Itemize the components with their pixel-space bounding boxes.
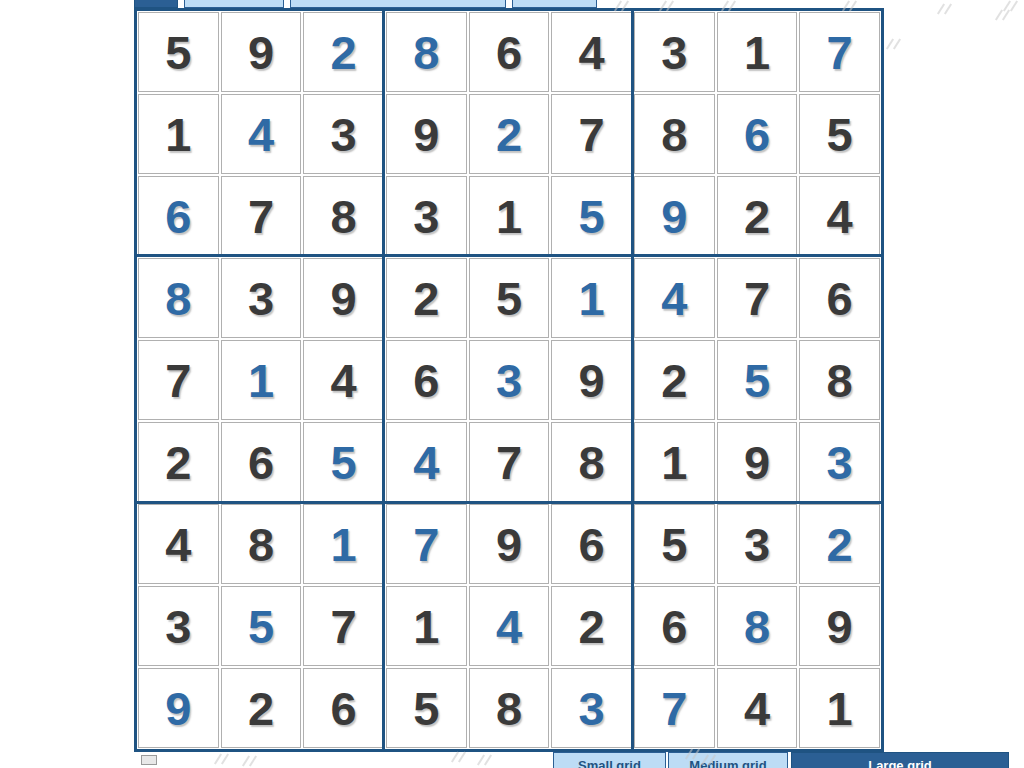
cell-r8c8[interactable]: 8: [717, 586, 798, 666]
cropped-control: [141, 755, 157, 765]
small-grid-button[interactable]: Small grid: [553, 752, 666, 768]
cell-r1c9[interactable]: 7: [799, 12, 880, 92]
cell-r7c2[interactable]: 8: [221, 504, 302, 584]
cell-r9c6[interactable]: 3: [551, 668, 632, 748]
cell-r6c5[interactable]: 7: [469, 422, 550, 502]
tab-2[interactable]: [184, 0, 284, 8]
watermark-hatch: [215, 753, 229, 765]
cell-r9c9[interactable]: 1: [799, 668, 880, 748]
watermark-hatch: [938, 3, 952, 15]
cell-r3c5[interactable]: 1: [469, 176, 550, 256]
cell-r2c5[interactable]: 2: [469, 94, 550, 174]
cell-r7c9[interactable]: 2: [799, 504, 880, 584]
cell-r2c6[interactable]: 7: [551, 94, 632, 174]
cell-r1c3[interactable]: 2: [303, 12, 384, 92]
cell-r9c8[interactable]: 4: [717, 668, 798, 748]
cell-r6c6[interactable]: 8: [551, 422, 632, 502]
cell-r2c1[interactable]: 1: [138, 94, 219, 174]
cell-r8c2[interactable]: 5: [221, 586, 302, 666]
cell-r1c5[interactable]: 6: [469, 12, 550, 92]
cell-r6c1[interactable]: 2: [138, 422, 219, 502]
watermark-hatch: [1004, 0, 1018, 12]
cell-r2c2[interactable]: 4: [221, 94, 302, 174]
cell-r4c7[interactable]: 4: [634, 258, 715, 338]
cell-r2c7[interactable]: 8: [634, 94, 715, 174]
cell-r4c6[interactable]: 1: [551, 258, 632, 338]
cell-r3c9[interactable]: 4: [799, 176, 880, 256]
cell-r4c9[interactable]: 6: [799, 258, 880, 338]
box-divider-vertical-1: [382, 10, 385, 750]
cell-r5c3[interactable]: 4: [303, 340, 384, 420]
cell-r6c7[interactable]: 1: [634, 422, 715, 502]
cell-r5c6[interactable]: 9: [551, 340, 632, 420]
cell-r4c8[interactable]: 7: [717, 258, 798, 338]
cell-r9c4[interactable]: 5: [386, 668, 467, 748]
box-divider-horizontal-2: [136, 501, 882, 504]
cell-r7c3[interactable]: 1: [303, 504, 384, 584]
cell-r9c5[interactable]: 8: [469, 668, 550, 748]
cell-r3c8[interactable]: 2: [717, 176, 798, 256]
cell-r8c5[interactable]: 4: [469, 586, 550, 666]
sudoku-board: 5928643171439278656783159248392514767146…: [134, 8, 884, 752]
medium-grid-button[interactable]: Medium grid: [668, 752, 788, 768]
cell-r7c6[interactable]: 6: [551, 504, 632, 584]
watermark-hatch: [243, 755, 257, 767]
cell-r9c2[interactable]: 2: [221, 668, 302, 748]
cell-r2c8[interactable]: 6: [717, 94, 798, 174]
cell-r6c3[interactable]: 5: [303, 422, 384, 502]
cell-r1c1[interactable]: 5: [138, 12, 219, 92]
cell-r5c5[interactable]: 3: [469, 340, 550, 420]
cell-r8c7[interactable]: 6: [634, 586, 715, 666]
watermark-hatch: [887, 38, 901, 50]
watermark-hatch: [452, 751, 466, 763]
cell-r3c1[interactable]: 6: [138, 176, 219, 256]
cell-r7c7[interactable]: 5: [634, 504, 715, 584]
cell-r1c7[interactable]: 3: [634, 12, 715, 92]
cell-r7c4[interactable]: 7: [386, 504, 467, 584]
cell-r7c5[interactable]: 9: [469, 504, 550, 584]
watermark-hatch: [478, 754, 492, 766]
cell-r8c6[interactable]: 2: [551, 586, 632, 666]
cell-r4c3[interactable]: 9: [303, 258, 384, 338]
cell-r1c2[interactable]: 9: [221, 12, 302, 92]
cell-r1c4[interactable]: 8: [386, 12, 467, 92]
cell-r3c6[interactable]: 5: [551, 176, 632, 256]
cell-r8c9[interactable]: 9: [799, 586, 880, 666]
watermark-hatch: [996, 9, 1010, 21]
cell-r6c4[interactable]: 4: [386, 422, 467, 502]
large-grid-button[interactable]: Large grid: [791, 752, 1009, 768]
cell-r4c1[interactable]: 8: [138, 258, 219, 338]
cell-r2c4[interactable]: 9: [386, 94, 467, 174]
cell-r8c3[interactable]: 7: [303, 586, 384, 666]
cell-r4c4[interactable]: 2: [386, 258, 467, 338]
tab-selected[interactable]: [134, 0, 178, 8]
cell-r4c2[interactable]: 3: [221, 258, 302, 338]
cell-r5c4[interactable]: 6: [386, 340, 467, 420]
cell-r4c5[interactable]: 5: [469, 258, 550, 338]
box-divider-horizontal-1: [136, 254, 882, 257]
cell-r3c4[interactable]: 3: [386, 176, 467, 256]
cell-r2c3[interactable]: 3: [303, 94, 384, 174]
cell-r5c7[interactable]: 2: [634, 340, 715, 420]
cell-r8c1[interactable]: 3: [138, 586, 219, 666]
cell-r6c9[interactable]: 3: [799, 422, 880, 502]
cell-r3c3[interactable]: 8: [303, 176, 384, 256]
sudoku-grid: 5928643171439278656783159248392514767146…: [137, 11, 881, 749]
page: 5928643171439278656783159248392514767146…: [0, 0, 1024, 768]
cell-r3c7[interactable]: 9: [634, 176, 715, 256]
cell-r1c6[interactable]: 4: [551, 12, 632, 92]
cell-r9c7[interactable]: 7: [634, 668, 715, 748]
cell-r7c1[interactable]: 4: [138, 504, 219, 584]
cell-r2c9[interactable]: 5: [799, 94, 880, 174]
cell-r6c8[interactable]: 9: [717, 422, 798, 502]
cell-r9c3[interactable]: 6: [303, 668, 384, 748]
cell-r6c2[interactable]: 6: [221, 422, 302, 502]
tab-4[interactable]: [512, 0, 597, 8]
cell-r5c1[interactable]: 7: [138, 340, 219, 420]
cell-r5c9[interactable]: 8: [799, 340, 880, 420]
cell-r3c2[interactable]: 7: [221, 176, 302, 256]
cell-r1c8[interactable]: 1: [717, 12, 798, 92]
cell-r5c8[interactable]: 5: [717, 340, 798, 420]
cell-r5c2[interactable]: 1: [221, 340, 302, 420]
cell-r7c8[interactable]: 3: [717, 504, 798, 584]
cell-r8c4[interactable]: 1: [386, 586, 467, 666]
tab-3[interactable]: [290, 0, 506, 8]
cell-r9c1[interactable]: 9: [138, 668, 219, 748]
box-divider-vertical-2: [631, 10, 634, 750]
